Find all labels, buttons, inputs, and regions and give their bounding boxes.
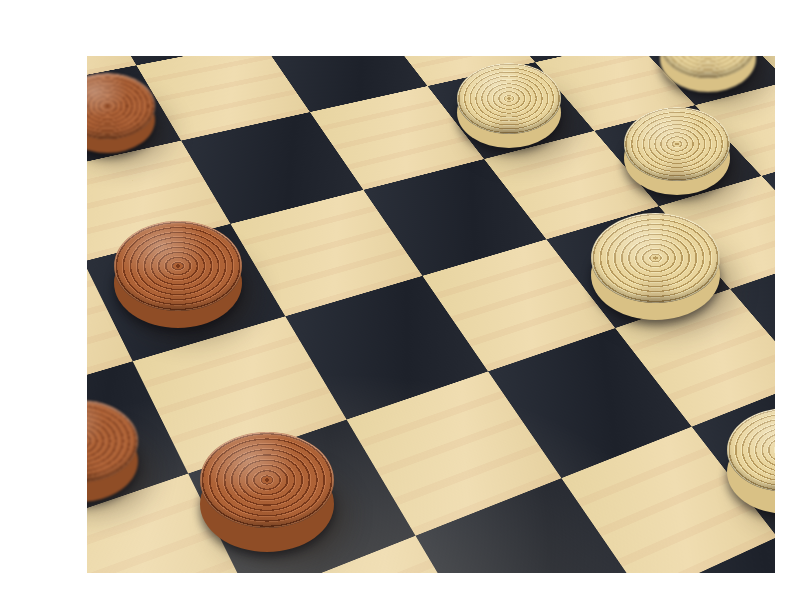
checker-piece-cream-cream-5 bbox=[727, 408, 775, 492]
checker-piece-red-brown-red-2 bbox=[114, 221, 242, 311]
pieces-layer bbox=[87, 56, 775, 573]
checkers-board-photo bbox=[87, 56, 775, 573]
page: { "game": "checkers", "scene": { "type":… bbox=[0, 0, 800, 600]
checker-piece-red-brown-red-1 bbox=[87, 73, 155, 139]
checker-piece-cream-cream-2 bbox=[660, 56, 756, 78]
checker-piece-cream-cream-3 bbox=[624, 107, 730, 181]
checker-piece-red-brown-red-4 bbox=[200, 432, 334, 528]
checker-piece-red-brown-red-3 bbox=[87, 400, 138, 482]
checker-piece-cream-cream-4 bbox=[591, 213, 720, 303]
checker-piece-cream-cream-1 bbox=[457, 63, 561, 134]
